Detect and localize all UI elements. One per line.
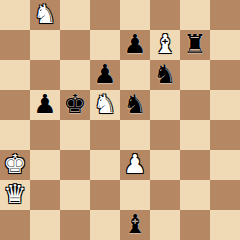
square-e3[interactable]: ♟: [120, 150, 150, 180]
square-b7[interactable]: [30, 30, 60, 60]
square-c5[interactable]: ♚: [60, 90, 90, 120]
square-c2[interactable]: [60, 180, 90, 210]
square-a7[interactable]: [0, 30, 30, 60]
square-d2[interactable]: [90, 180, 120, 210]
square-d3[interactable]: [90, 150, 120, 180]
piece-black-king[interactable]: ♚: [63, 89, 86, 119]
square-d7[interactable]: [90, 30, 120, 60]
square-f1[interactable]: [150, 210, 180, 240]
square-c1[interactable]: [60, 210, 90, 240]
square-a5[interactable]: [0, 90, 30, 120]
chess-board: ♞♟♝♜♟♞♟♚♞♞♚♟♛♝: [0, 0, 240, 240]
square-d6[interactable]: ♟: [90, 60, 120, 90]
square-c6[interactable]: [60, 60, 90, 90]
square-f4[interactable]: [150, 120, 180, 150]
square-h7[interactable]: [210, 30, 240, 60]
square-f8[interactable]: [150, 0, 180, 30]
square-c3[interactable]: [60, 150, 90, 180]
square-g4[interactable]: [180, 120, 210, 150]
square-a6[interactable]: [0, 60, 30, 90]
square-c8[interactable]: [60, 0, 90, 30]
square-f5[interactable]: [150, 90, 180, 120]
square-h5[interactable]: [210, 90, 240, 120]
square-h3[interactable]: [210, 150, 240, 180]
square-e6[interactable]: [120, 60, 150, 90]
piece-black-pawn[interactable]: ♟: [123, 29, 146, 59]
square-c4[interactable]: [60, 120, 90, 150]
square-b4[interactable]: [30, 120, 60, 150]
square-d4[interactable]: [90, 120, 120, 150]
piece-white-bishop[interactable]: ♝: [153, 29, 176, 59]
square-a4[interactable]: [0, 120, 30, 150]
square-f7[interactable]: ♝: [150, 30, 180, 60]
square-f6[interactable]: ♞: [150, 60, 180, 90]
square-g8[interactable]: [180, 0, 210, 30]
piece-black-bishop[interactable]: ♝: [123, 209, 146, 239]
square-a1[interactable]: [0, 210, 30, 240]
square-g5[interactable]: [180, 90, 210, 120]
square-e8[interactable]: [120, 0, 150, 30]
square-h8[interactable]: [210, 0, 240, 30]
square-h2[interactable]: [210, 180, 240, 210]
square-b8[interactable]: ♞: [30, 0, 60, 30]
square-h1[interactable]: [210, 210, 240, 240]
square-e7[interactable]: ♟: [120, 30, 150, 60]
square-g1[interactable]: [180, 210, 210, 240]
square-g6[interactable]: [180, 60, 210, 90]
square-d8[interactable]: [90, 0, 120, 30]
piece-black-rook[interactable]: ♜: [183, 29, 206, 59]
square-e1[interactable]: ♝: [120, 210, 150, 240]
piece-white-king[interactable]: ♚: [3, 149, 26, 179]
square-d5[interactable]: ♞: [90, 90, 120, 120]
piece-white-pawn[interactable]: ♟: [123, 149, 146, 179]
square-b6[interactable]: [30, 60, 60, 90]
piece-black-knight[interactable]: ♞: [123, 89, 146, 119]
piece-black-knight[interactable]: ♞: [153, 59, 176, 89]
square-b1[interactable]: [30, 210, 60, 240]
square-g3[interactable]: [180, 150, 210, 180]
piece-white-knight[interactable]: ♞: [33, 0, 56, 29]
square-e2[interactable]: [120, 180, 150, 210]
piece-black-pawn[interactable]: ♟: [93, 59, 116, 89]
square-a8[interactable]: [0, 0, 30, 30]
square-d1[interactable]: [90, 210, 120, 240]
square-e4[interactable]: [120, 120, 150, 150]
square-a3[interactable]: ♚: [0, 150, 30, 180]
piece-white-queen[interactable]: ♛: [3, 179, 26, 209]
square-g2[interactable]: [180, 180, 210, 210]
square-h6[interactable]: [210, 60, 240, 90]
square-h4[interactable]: [210, 120, 240, 150]
square-b5[interactable]: ♟: [30, 90, 60, 120]
piece-white-knight[interactable]: ♞: [93, 89, 116, 119]
square-g7[interactable]: ♜: [180, 30, 210, 60]
square-a2[interactable]: ♛: [0, 180, 30, 210]
square-e5[interactable]: ♞: [120, 90, 150, 120]
square-f2[interactable]: [150, 180, 180, 210]
square-b3[interactable]: [30, 150, 60, 180]
square-b2[interactable]: [30, 180, 60, 210]
square-c7[interactable]: [60, 30, 90, 60]
piece-black-pawn[interactable]: ♟: [33, 89, 56, 119]
square-f3[interactable]: [150, 150, 180, 180]
